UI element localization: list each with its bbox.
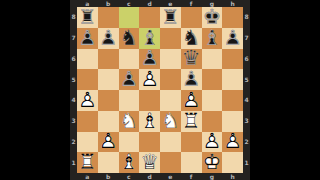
piece-black-pawn[interactable]: ♟♙ bbox=[98, 28, 119, 49]
piece-outline: ♙ bbox=[119, 69, 140, 90]
square-g3[interactable] bbox=[202, 111, 223, 132]
square-d8[interactable] bbox=[139, 7, 160, 28]
square-d2[interactable] bbox=[139, 132, 160, 153]
piece-outline: ♘ bbox=[160, 111, 181, 132]
square-f2[interactable] bbox=[181, 132, 202, 153]
square-c8[interactable] bbox=[119, 7, 140, 28]
square-e3[interactable]: ♞♘ bbox=[160, 111, 181, 132]
square-b3[interactable] bbox=[98, 111, 119, 132]
square-e6[interactable] bbox=[160, 49, 181, 70]
file-bottom-label-c: c bbox=[119, 173, 140, 180]
square-a6[interactable] bbox=[77, 49, 98, 70]
piece-black-knight[interactable]: ♞♘ bbox=[119, 28, 140, 49]
file-top-label-h: h bbox=[222, 0, 243, 7]
square-d7[interactable]: ♝♗ bbox=[139, 28, 160, 49]
piece-black-pawn[interactable]: ♟♙ bbox=[139, 49, 160, 70]
square-d4[interactable] bbox=[139, 90, 160, 111]
square-g8[interactable]: ♚♔ bbox=[202, 7, 223, 28]
file-top-label-c: c bbox=[119, 0, 140, 7]
square-g1[interactable]: ♚♔ bbox=[202, 152, 223, 173]
piece-black-bishop[interactable]: ♝♗ bbox=[202, 28, 223, 49]
piece-black-pawn[interactable]: ♟♙ bbox=[77, 28, 98, 49]
square-g7[interactable]: ♝♗ bbox=[202, 28, 223, 49]
square-e5[interactable] bbox=[160, 69, 181, 90]
piece-white-rook[interactable]: ♜♖ bbox=[181, 111, 202, 132]
square-d3[interactable]: ♝♗ bbox=[139, 111, 160, 132]
piece-black-pawn[interactable]: ♟♙ bbox=[222, 28, 243, 49]
piece-white-king[interactable]: ♚♔ bbox=[202, 152, 223, 173]
square-a5[interactable] bbox=[77, 69, 98, 90]
piece-outline: ♗ bbox=[139, 28, 160, 49]
square-h4[interactable] bbox=[222, 90, 243, 111]
piece-white-pawn[interactable]: ♟♙ bbox=[98, 132, 119, 153]
file-bottom-label-a: a bbox=[77, 173, 98, 180]
square-d5[interactable]: ♟♙ bbox=[139, 69, 160, 90]
piece-outline: ♘ bbox=[119, 111, 140, 132]
piece-white-knight[interactable]: ♞♘ bbox=[119, 111, 140, 132]
square-e8[interactable]: ♜♖ bbox=[160, 7, 181, 28]
square-c6[interactable] bbox=[119, 49, 140, 70]
piece-outline: ♖ bbox=[160, 7, 181, 28]
piece-outline: ♘ bbox=[119, 28, 140, 49]
square-c5[interactable]: ♟♙ bbox=[119, 69, 140, 90]
square-c7[interactable]: ♞♘ bbox=[119, 28, 140, 49]
piece-outline: ♖ bbox=[181, 111, 202, 132]
rank-left-label-3: 3 bbox=[70, 111, 77, 132]
square-h5[interactable] bbox=[222, 69, 243, 90]
piece-white-queen[interactable]: ♛♕ bbox=[139, 152, 160, 173]
piece-black-rook[interactable]: ♜♖ bbox=[77, 7, 98, 28]
square-c2[interactable] bbox=[119, 132, 140, 153]
chess-app: abcdefgh8♜♖♜♖♚♔87♟♙♟♙♞♘♝♗♞♘♝♗♟♙76♟♙♛♕65♟… bbox=[0, 0, 320, 180]
piece-outline: ♔ bbox=[202, 7, 223, 28]
square-g4[interactable] bbox=[202, 90, 223, 111]
square-a4[interactable]: ♟♙ bbox=[77, 90, 98, 111]
piece-white-knight[interactable]: ♞♘ bbox=[160, 111, 181, 132]
piece-outline: ♙ bbox=[77, 90, 98, 111]
file-top-label-f: f bbox=[181, 0, 202, 7]
square-f6[interactable]: ♛♕ bbox=[181, 49, 202, 70]
piece-black-queen[interactable]: ♛♕ bbox=[181, 49, 202, 70]
piece-black-rook[interactable]: ♜♖ bbox=[160, 7, 181, 28]
piece-outline: ♙ bbox=[222, 28, 243, 49]
piece-outline: ♖ bbox=[77, 152, 98, 173]
square-f4[interactable]: ♟♙ bbox=[181, 90, 202, 111]
piece-black-pawn[interactable]: ♟♙ bbox=[119, 69, 140, 90]
piece-white-pawn[interactable]: ♟♙ bbox=[222, 132, 243, 153]
piece-outline: ♗ bbox=[202, 28, 223, 49]
piece-outline: ♕ bbox=[181, 49, 202, 70]
square-f5[interactable]: ♟♙ bbox=[181, 69, 202, 90]
square-b8[interactable] bbox=[98, 7, 119, 28]
square-b5[interactable] bbox=[98, 69, 119, 90]
square-h2[interactable]: ♟♙ bbox=[222, 132, 243, 153]
square-h6[interactable] bbox=[222, 49, 243, 70]
rank-right-label-5: 5 bbox=[243, 69, 250, 90]
piece-black-knight[interactable]: ♞♘ bbox=[181, 28, 202, 49]
board-frame-corner bbox=[243, 0, 250, 7]
rank-left-label-6: 6 bbox=[70, 49, 77, 70]
square-d6[interactable]: ♟♙ bbox=[139, 49, 160, 70]
piece-outline: ♙ bbox=[139, 49, 160, 70]
file-bottom-label-h: h bbox=[222, 173, 243, 180]
piece-outline: ♙ bbox=[98, 28, 119, 49]
square-b2[interactable]: ♟♙ bbox=[98, 132, 119, 153]
piece-outline: ♗ bbox=[119, 152, 140, 173]
square-f8[interactable] bbox=[181, 7, 202, 28]
file-bottom-label-b: b bbox=[98, 173, 119, 180]
piece-outline: ♙ bbox=[77, 28, 98, 49]
file-top-label-b: b bbox=[98, 0, 119, 7]
letterbox-right bbox=[250, 0, 320, 180]
piece-outline: ♙ bbox=[181, 90, 202, 111]
piece-black-pawn[interactable]: ♟♙ bbox=[181, 69, 202, 90]
square-d1[interactable]: ♛♕ bbox=[139, 152, 160, 173]
board-frame-corner bbox=[70, 173, 77, 180]
square-g6[interactable] bbox=[202, 49, 223, 70]
piece-white-pawn[interactable]: ♟♙ bbox=[202, 132, 223, 153]
piece-outline: ♙ bbox=[98, 132, 119, 153]
square-b1[interactable] bbox=[98, 152, 119, 173]
piece-outline: ♙ bbox=[139, 69, 160, 90]
square-a8[interactable]: ♜♖ bbox=[77, 7, 98, 28]
square-g5[interactable] bbox=[202, 69, 223, 90]
piece-outline: ♔ bbox=[202, 152, 223, 173]
piece-white-rook[interactable]: ♜♖ bbox=[77, 152, 98, 173]
square-f7[interactable]: ♞♘ bbox=[181, 28, 202, 49]
rank-right-label-8: 8 bbox=[243, 7, 250, 28]
piece-white-pawn[interactable]: ♟♙ bbox=[181, 90, 202, 111]
rank-right-label-2: 2 bbox=[243, 132, 250, 153]
rank-right-label-1: 1 bbox=[243, 152, 250, 173]
rank-left-label-8: 8 bbox=[70, 7, 77, 28]
chess-board: abcdefgh8♜♖♜♖♚♔87♟♙♟♙♞♘♝♗♞♘♝♗♟♙76♟♙♛♕65♟… bbox=[70, 0, 250, 180]
piece-outline: ♘ bbox=[181, 28, 202, 49]
piece-white-pawn[interactable]: ♟♙ bbox=[77, 90, 98, 111]
rank-right-label-7: 7 bbox=[243, 28, 250, 49]
square-b7[interactable]: ♟♙ bbox=[98, 28, 119, 49]
rank-left-label-5: 5 bbox=[70, 69, 77, 90]
square-h3[interactable] bbox=[222, 111, 243, 132]
square-c3[interactable]: ♞♘ bbox=[119, 111, 140, 132]
file-bottom-label-f: f bbox=[181, 173, 202, 180]
square-h7[interactable]: ♟♙ bbox=[222, 28, 243, 49]
piece-black-bishop[interactable]: ♝♗ bbox=[139, 28, 160, 49]
square-b6[interactable] bbox=[98, 49, 119, 70]
square-e7[interactable] bbox=[160, 28, 181, 49]
piece-outline: ♗ bbox=[139, 111, 160, 132]
rank-right-label-4: 4 bbox=[243, 90, 250, 111]
square-a3[interactable] bbox=[77, 111, 98, 132]
square-h1[interactable] bbox=[222, 152, 243, 173]
piece-black-king[interactable]: ♚♔ bbox=[202, 7, 223, 28]
rank-right-label-3: 3 bbox=[243, 111, 250, 132]
square-a1[interactable]: ♜♖ bbox=[77, 152, 98, 173]
square-e4[interactable] bbox=[160, 90, 181, 111]
square-a2[interactable] bbox=[77, 132, 98, 153]
square-f1[interactable] bbox=[181, 152, 202, 173]
file-bottom-label-g: g bbox=[202, 173, 223, 180]
piece-outline: ♙ bbox=[202, 132, 223, 153]
piece-white-pawn[interactable]: ♟♙ bbox=[139, 69, 160, 90]
square-e1[interactable] bbox=[160, 152, 181, 173]
square-f3[interactable]: ♜♖ bbox=[181, 111, 202, 132]
board-frame-corner bbox=[243, 173, 250, 180]
square-e2[interactable] bbox=[160, 132, 181, 153]
piece-outline: ♖ bbox=[77, 7, 98, 28]
square-h8[interactable] bbox=[222, 7, 243, 28]
square-g2[interactable]: ♟♙ bbox=[202, 132, 223, 153]
board-frame-corner bbox=[70, 0, 77, 7]
rank-left-label-2: 2 bbox=[70, 132, 77, 153]
file-bottom-label-e: e bbox=[160, 173, 181, 180]
file-top-label-d: d bbox=[139, 0, 160, 7]
square-b4[interactable] bbox=[98, 90, 119, 111]
letterbox-left bbox=[0, 0, 70, 180]
piece-outline: ♕ bbox=[139, 152, 160, 173]
square-c4[interactable] bbox=[119, 90, 140, 111]
square-c1[interactable]: ♝♗ bbox=[119, 152, 140, 173]
rank-left-label-7: 7 bbox=[70, 28, 77, 49]
piece-white-bishop[interactable]: ♝♗ bbox=[119, 152, 140, 173]
rank-left-label-4: 4 bbox=[70, 90, 77, 111]
rank-right-label-6: 6 bbox=[243, 49, 250, 70]
square-a7[interactable]: ♟♙ bbox=[77, 28, 98, 49]
piece-white-bishop[interactable]: ♝♗ bbox=[139, 111, 160, 132]
rank-left-label-1: 1 bbox=[70, 152, 77, 173]
file-bottom-label-d: d bbox=[139, 173, 160, 180]
piece-outline: ♙ bbox=[222, 132, 243, 153]
piece-outline: ♙ bbox=[181, 69, 202, 90]
